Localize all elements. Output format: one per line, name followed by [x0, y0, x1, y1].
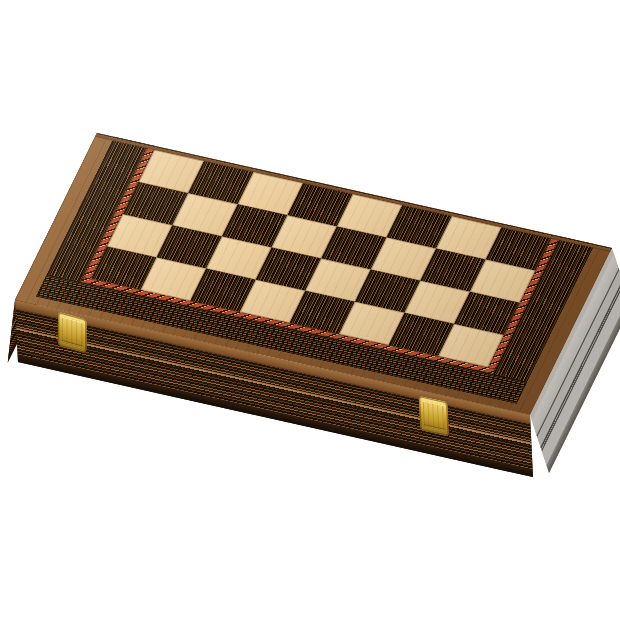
- brass-clasp-front-plate: [423, 400, 445, 431]
- brass-clasp-left-plate: [62, 317, 83, 349]
- brass-clasp-front: [419, 396, 449, 437]
- product-photo-chess-case: [0, 0, 620, 620]
